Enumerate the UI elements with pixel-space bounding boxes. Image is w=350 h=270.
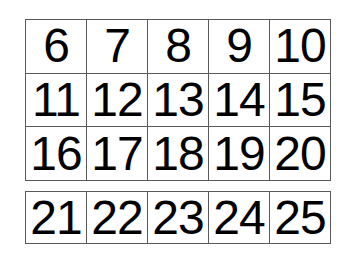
number-cell-18: 18 — [148, 127, 209, 181]
number-cell-24: 24 — [209, 192, 270, 244]
number-cell-21: 21 — [26, 192, 87, 244]
number-cell-20: 20 — [270, 127, 331, 181]
number-cell-12: 12 — [87, 74, 148, 128]
number-cell-10: 10 — [270, 20, 331, 74]
number-cell-14: 14 — [209, 74, 270, 128]
number-cell-15: 15 — [270, 74, 331, 128]
number-cell-9: 9 — [209, 20, 270, 74]
number-strip-lower: 21 22 23 24 25 — [25, 191, 331, 244]
number-cell-11: 11 — [26, 74, 87, 128]
number-cell-23: 23 — [148, 192, 209, 244]
number-cell-16: 16 — [26, 127, 87, 181]
number-cell-6: 6 — [26, 20, 87, 74]
number-cell-22: 22 — [87, 192, 148, 244]
number-cell-25: 25 — [270, 192, 331, 244]
number-cell-19: 19 — [209, 127, 270, 181]
number-cell-13: 13 — [148, 74, 209, 128]
number-cell-7: 7 — [87, 20, 148, 74]
number-cell-17: 17 — [87, 127, 148, 181]
number-grid-upper: 6 7 8 9 10 11 12 13 14 15 16 17 18 19 20 — [25, 19, 331, 181]
number-cell-8: 8 — [148, 20, 209, 74]
